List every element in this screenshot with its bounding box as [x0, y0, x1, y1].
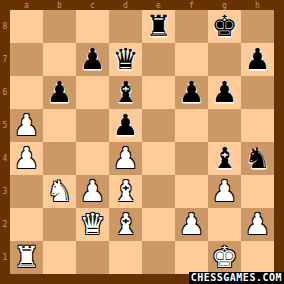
rank-label-7: 7 — [0, 43, 10, 76]
square-e3 — [142, 175, 175, 208]
square-c5 — [76, 109, 109, 142]
black-rook-piece: ♜ — [146, 10, 172, 43]
square-g8: ♚ — [208, 10, 241, 43]
square-e2 — [142, 208, 175, 241]
square-d5: ♟ — [109, 109, 142, 142]
square-d1 — [109, 241, 142, 274]
square-d4: ♟ — [109, 142, 142, 175]
square-h5 — [241, 109, 274, 142]
square-c4 — [76, 142, 109, 175]
square-c7: ♟ — [76, 43, 109, 76]
square-h6 — [241, 76, 274, 109]
square-e1 — [142, 241, 175, 274]
square-f2: ♟ — [175, 208, 208, 241]
square-a8 — [10, 10, 43, 43]
square-f3 — [175, 175, 208, 208]
file-label-c: c — [76, 0, 109, 10]
square-a2 — [10, 208, 43, 241]
square-e8: ♜ — [142, 10, 175, 43]
white-pawn-piece: ♟ — [80, 175, 106, 208]
square-h2: ♟ — [241, 208, 274, 241]
rank-label-1: 1 — [0, 241, 10, 274]
square-f5 — [175, 109, 208, 142]
square-b6: ♟ — [43, 76, 76, 109]
square-c2: ♛ — [76, 208, 109, 241]
black-pawn-piece: ♟ — [212, 76, 238, 109]
square-a3 — [10, 175, 43, 208]
square-d8 — [109, 10, 142, 43]
square-g4: ♝ — [208, 142, 241, 175]
square-a5: ♟ — [10, 109, 43, 142]
rank-label-8: 8 — [0, 10, 10, 43]
white-pawn-piece: ♟ — [245, 208, 271, 241]
square-g5 — [208, 109, 241, 142]
square-b2 — [43, 208, 76, 241]
square-a6 — [10, 76, 43, 109]
white-pawn-piece: ♟ — [14, 142, 40, 175]
black-pawn-piece: ♟ — [245, 43, 271, 76]
square-c8 — [76, 10, 109, 43]
square-b8 — [43, 10, 76, 43]
file-label-a: a — [10, 0, 43, 10]
black-pawn-piece: ♟ — [80, 43, 106, 76]
black-pawn-piece: ♟ — [113, 109, 139, 142]
square-h7: ♟ — [241, 43, 274, 76]
square-g2 — [208, 208, 241, 241]
white-bishop-piece: ♝ — [113, 208, 139, 241]
square-h4: ♞ — [241, 142, 274, 175]
rank-label-5: 5 — [0, 109, 10, 142]
square-d2: ♝ — [109, 208, 142, 241]
square-d3: ♝ — [109, 175, 142, 208]
black-pawn-piece: ♟ — [47, 76, 73, 109]
white-pawn-piece: ♟ — [14, 109, 40, 142]
square-b7 — [43, 43, 76, 76]
square-h8 — [241, 10, 274, 43]
square-b4 — [43, 142, 76, 175]
square-d7: ♛ — [109, 43, 142, 76]
black-queen-piece: ♛ — [113, 43, 139, 76]
rank-label-2: 2 — [0, 208, 10, 241]
file-label-b: b — [43, 0, 76, 10]
square-c1 — [76, 241, 109, 274]
watermark: CHESSGAMES.COM — [189, 272, 284, 284]
square-a4: ♟ — [10, 142, 43, 175]
square-c6 — [76, 76, 109, 109]
white-bishop-piece: ♝ — [113, 175, 139, 208]
file-label-f: f — [175, 0, 208, 10]
square-a1: ♜ — [10, 241, 43, 274]
black-king-piece: ♚ — [212, 10, 238, 43]
square-g3: ♟ — [208, 175, 241, 208]
white-knight-piece: ♞ — [47, 175, 73, 208]
black-bishop-piece: ♝ — [212, 142, 238, 175]
black-knight-piece: ♞ — [245, 142, 271, 175]
square-f1 — [175, 241, 208, 274]
square-f4 — [175, 142, 208, 175]
square-h3 — [241, 175, 274, 208]
square-e5 — [142, 109, 175, 142]
rank-labels: 87654321 — [0, 10, 10, 274]
square-a7 — [10, 43, 43, 76]
black-bishop-piece: ♝ — [113, 76, 139, 109]
white-pawn-piece: ♟ — [113, 142, 139, 175]
file-label-h: h — [241, 0, 274, 10]
rank-label-6: 6 — [0, 76, 10, 109]
square-f8 — [175, 10, 208, 43]
white-rook-piece: ♜ — [14, 241, 40, 274]
white-pawn-piece: ♟ — [179, 208, 205, 241]
chess-diagram: abcdefgh 87654321 ♜♚♟♛♟♟♝♟♟♟♟♟♟♝♞♞♟♝♟♛♝♟… — [0, 0, 284, 284]
square-f7 — [175, 43, 208, 76]
square-g7 — [208, 43, 241, 76]
square-g1: ♚ — [208, 241, 241, 274]
white-queen-piece: ♛ — [80, 208, 106, 241]
square-b3: ♞ — [43, 175, 76, 208]
square-d6: ♝ — [109, 76, 142, 109]
square-f6: ♟ — [175, 76, 208, 109]
white-pawn-piece: ♟ — [212, 175, 238, 208]
black-pawn-piece: ♟ — [179, 76, 205, 109]
square-g6: ♟ — [208, 76, 241, 109]
square-e6 — [142, 76, 175, 109]
square-e4 — [142, 142, 175, 175]
square-b5 — [43, 109, 76, 142]
square-e7 — [142, 43, 175, 76]
square-h1 — [241, 241, 274, 274]
square-b1 — [43, 241, 76, 274]
rank-label-4: 4 — [0, 142, 10, 175]
chess-board: ♜♚♟♛♟♟♝♟♟♟♟♟♟♝♞♞♟♝♟♛♝♟♟♜♚ — [10, 10, 274, 274]
white-king-piece: ♚ — [212, 241, 238, 274]
file-label-d: d — [109, 0, 142, 10]
rank-label-3: 3 — [0, 175, 10, 208]
square-c3: ♟ — [76, 175, 109, 208]
